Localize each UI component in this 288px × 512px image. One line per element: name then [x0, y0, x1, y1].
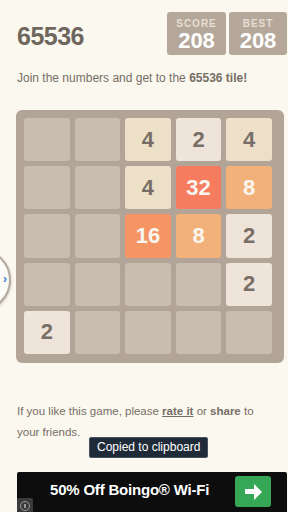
chevron-right-icon: › [3, 273, 7, 285]
tile-4: 4 [226, 118, 272, 161]
tile-4: 4 [125, 118, 171, 161]
ad-text: 50% Off Boingo® Wi-Fi [50, 481, 209, 498]
score-box: SCORE 208 [167, 12, 226, 55]
footer-middle: or [193, 405, 210, 417]
tile-4: 4 [125, 166, 171, 209]
tile-2: 2 [24, 311, 70, 354]
game-board[interactable]: 4244328168222 [16, 110, 284, 363]
footer-suffix: to [241, 405, 254, 417]
empty-cell [24, 118, 70, 161]
tile-32: 32 [176, 166, 222, 209]
subtitle-goal: 65536 tile! [189, 71, 247, 85]
app-title: 65536 [17, 22, 84, 51]
info-circle-icon [20, 501, 30, 511]
empty-cell [176, 311, 222, 354]
empty-cell [75, 311, 121, 354]
subtitle-text: Join the numbers and get to the [17, 71, 189, 85]
tile-2: 2 [226, 263, 272, 306]
app-screen: 65536 SCORE 208 BEST 208 Join the number… [0, 0, 288, 512]
footer-prefix: If you like this game, please [17, 405, 162, 417]
empty-cell [226, 311, 272, 354]
empty-cell [176, 263, 222, 306]
board-grid: 4244328168222 [24, 118, 272, 354]
empty-cell [75, 166, 121, 209]
score-value: 208 [167, 29, 226, 52]
tile-8: 8 [226, 166, 272, 209]
tile-2: 2 [226, 214, 272, 257]
drawer-handle[interactable]: › [0, 249, 11, 311]
ad-info-icon[interactable] [17, 498, 33, 512]
footer-line2: your friends. [17, 426, 80, 438]
tile-16: 16 [125, 214, 171, 257]
empty-cell [24, 263, 70, 306]
arrow-right-icon [244, 484, 263, 500]
subtitle: Join the numbers and get to the 65536 ti… [17, 71, 281, 86]
tile-8: 8 [176, 214, 222, 257]
empty-cell [24, 214, 70, 257]
best-box: BEST 208 [229, 12, 287, 55]
empty-cell [125, 263, 171, 306]
rate-it-link[interactable]: rate it [162, 405, 193, 417]
share-link[interactable]: share [210, 405, 241, 417]
tile-2: 2 [176, 118, 222, 161]
ad-banner[interactable]: 50% Off Boingo® Wi-Fi [17, 472, 287, 512]
toast-copied: Copied to clipboard [89, 437, 208, 458]
empty-cell [75, 214, 121, 257]
empty-cell [24, 166, 70, 209]
ad-cta-button[interactable] [235, 476, 271, 507]
best-value: 208 [229, 29, 287, 52]
empty-cell [75, 118, 121, 161]
empty-cell [75, 263, 121, 306]
empty-cell [125, 311, 171, 354]
